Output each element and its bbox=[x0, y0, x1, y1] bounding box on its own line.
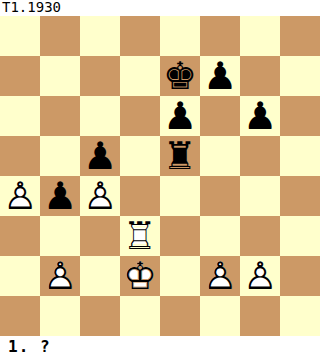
square-g4[interactable] bbox=[240, 176, 280, 216]
square-e7[interactable]: ♚ bbox=[160, 56, 200, 96]
square-a1[interactable] bbox=[0, 296, 40, 336]
square-d2[interactable]: ♚♔ bbox=[120, 256, 160, 296]
piece-black-rook-e5[interactable]: ♜ bbox=[160, 136, 200, 176]
square-d1[interactable] bbox=[120, 296, 160, 336]
square-a2[interactable] bbox=[0, 256, 40, 296]
square-c5[interactable]: ♟ bbox=[80, 136, 120, 176]
square-e6[interactable]: ♟ bbox=[160, 96, 200, 136]
square-g1[interactable] bbox=[240, 296, 280, 336]
square-g3[interactable] bbox=[240, 216, 280, 256]
square-e2[interactable] bbox=[160, 256, 200, 296]
square-f6[interactable] bbox=[200, 96, 240, 136]
square-d8[interactable] bbox=[120, 16, 160, 56]
piece-black-pawn-c5[interactable]: ♟ bbox=[80, 136, 120, 176]
square-f5[interactable] bbox=[200, 136, 240, 176]
square-g5[interactable] bbox=[240, 136, 280, 176]
square-h3[interactable] bbox=[280, 216, 320, 256]
square-h5[interactable] bbox=[280, 136, 320, 176]
square-c7[interactable] bbox=[80, 56, 120, 96]
square-a6[interactable] bbox=[0, 96, 40, 136]
square-b5[interactable] bbox=[40, 136, 80, 176]
square-a5[interactable] bbox=[0, 136, 40, 176]
square-e8[interactable] bbox=[160, 16, 200, 56]
rook-outline-glyph: ♖ bbox=[120, 216, 160, 256]
task-number-label: T1.1930 bbox=[2, 0, 61, 16]
square-g2[interactable]: ♟♙ bbox=[240, 256, 280, 296]
piece-black-pawn-b4[interactable]: ♟ bbox=[40, 176, 80, 216]
square-f1[interactable] bbox=[200, 296, 240, 336]
square-b1[interactable] bbox=[40, 296, 80, 336]
pawn-outline-glyph: ♙ bbox=[200, 256, 240, 296]
square-h4[interactable] bbox=[280, 176, 320, 216]
square-b2[interactable]: ♟♙ bbox=[40, 256, 80, 296]
piece-white-pawn-b2[interactable]: ♟♙ bbox=[40, 256, 80, 296]
king-outline-glyph: ♔ bbox=[120, 256, 160, 296]
square-c1[interactable] bbox=[80, 296, 120, 336]
square-a8[interactable] bbox=[0, 16, 40, 56]
square-d5[interactable] bbox=[120, 136, 160, 176]
square-h7[interactable] bbox=[280, 56, 320, 96]
square-d7[interactable] bbox=[120, 56, 160, 96]
square-c2[interactable] bbox=[80, 256, 120, 296]
square-c4[interactable]: ♟♙ bbox=[80, 176, 120, 216]
pawn-outline-glyph: ♙ bbox=[240, 256, 280, 296]
square-b3[interactable] bbox=[40, 216, 80, 256]
square-h6[interactable] bbox=[280, 96, 320, 136]
move-prompt: 1. ? bbox=[8, 338, 51, 356]
square-a3[interactable] bbox=[0, 216, 40, 256]
piece-white-pawn-f2[interactable]: ♟♙ bbox=[200, 256, 240, 296]
piece-black-pawn-g6[interactable]: ♟ bbox=[240, 96, 280, 136]
square-b4[interactable]: ♟ bbox=[40, 176, 80, 216]
square-g7[interactable] bbox=[240, 56, 280, 96]
pawn-outline-glyph: ♙ bbox=[0, 176, 40, 216]
square-c3[interactable] bbox=[80, 216, 120, 256]
square-e5[interactable]: ♜ bbox=[160, 136, 200, 176]
square-a4[interactable]: ♟♙ bbox=[0, 176, 40, 216]
square-b8[interactable] bbox=[40, 16, 80, 56]
square-g8[interactable] bbox=[240, 16, 280, 56]
square-f4[interactable] bbox=[200, 176, 240, 216]
square-d4[interactable] bbox=[120, 176, 160, 216]
chess-board: ♚♟♟♟♟♜♟♙♟♟♙♜♖♟♙♚♔♟♙♟♙ bbox=[0, 16, 320, 336]
piece-white-king-d2[interactable]: ♚♔ bbox=[120, 256, 160, 296]
square-h2[interactable] bbox=[280, 256, 320, 296]
square-b7[interactable] bbox=[40, 56, 80, 96]
square-h8[interactable] bbox=[280, 16, 320, 56]
square-c8[interactable] bbox=[80, 16, 120, 56]
piece-white-rook-d3[interactable]: ♜♖ bbox=[120, 216, 160, 256]
square-h1[interactable] bbox=[280, 296, 320, 336]
chess-diagram-page: T1.1930 ♚♟♟♟♟♜♟♙♟♟♙♜♖♟♙♚♔♟♙♟♙ 1. ? bbox=[0, 0, 320, 360]
square-f8[interactable] bbox=[200, 16, 240, 56]
square-b6[interactable] bbox=[40, 96, 80, 136]
square-f3[interactable] bbox=[200, 216, 240, 256]
square-e1[interactable] bbox=[160, 296, 200, 336]
piece-black-pawn-f7[interactable]: ♟ bbox=[200, 56, 240, 96]
piece-white-pawn-g2[interactable]: ♟♙ bbox=[240, 256, 280, 296]
piece-black-king-e7[interactable]: ♚ bbox=[160, 56, 200, 96]
square-f2[interactable]: ♟♙ bbox=[200, 256, 240, 296]
square-e4[interactable] bbox=[160, 176, 200, 216]
square-a7[interactable] bbox=[0, 56, 40, 96]
square-e3[interactable] bbox=[160, 216, 200, 256]
piece-black-pawn-e6[interactable]: ♟ bbox=[160, 96, 200, 136]
square-d6[interactable] bbox=[120, 96, 160, 136]
piece-white-pawn-c4[interactable]: ♟♙ bbox=[80, 176, 120, 216]
piece-white-pawn-a4[interactable]: ♟♙ bbox=[0, 176, 40, 216]
square-f7[interactable]: ♟ bbox=[200, 56, 240, 96]
square-g6[interactable]: ♟ bbox=[240, 96, 280, 136]
pawn-outline-glyph: ♙ bbox=[40, 256, 80, 296]
square-d3[interactable]: ♜♖ bbox=[120, 216, 160, 256]
pawn-outline-glyph: ♙ bbox=[80, 176, 120, 216]
square-c6[interactable] bbox=[80, 96, 120, 136]
